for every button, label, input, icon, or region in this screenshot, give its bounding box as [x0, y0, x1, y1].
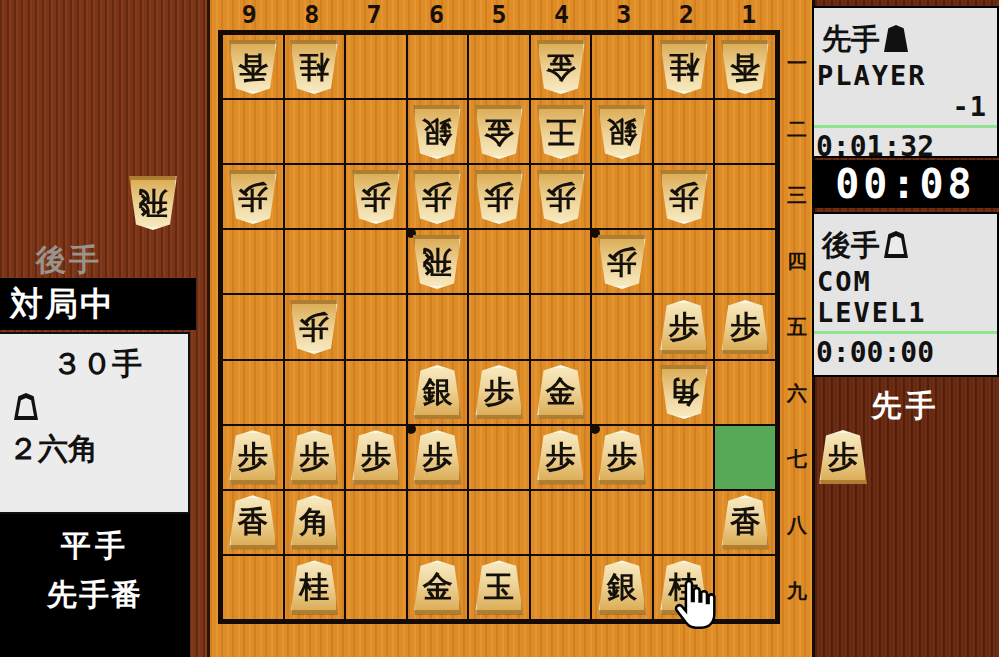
- square-3三[interactable]: [591, 164, 653, 229]
- gote-piece-6二: 銀: [412, 105, 462, 159]
- square-9九[interactable]: [222, 555, 284, 620]
- square-1六[interactable]: [714, 360, 776, 425]
- square-8九[interactable]: 桂: [284, 555, 346, 620]
- gote-piece-6四: 飛: [412, 235, 462, 289]
- square-4九[interactable]: [530, 555, 592, 620]
- square-3八[interactable]: [591, 490, 653, 555]
- square-7六[interactable]: [345, 360, 407, 425]
- square-6八[interactable]: [407, 490, 469, 555]
- square-9七[interactable]: 歩: [222, 425, 284, 490]
- gote-piece-9三: 歩: [228, 170, 278, 224]
- square-4六[interactable]: 金: [530, 360, 592, 425]
- piece-kanji: 銀: [422, 377, 452, 407]
- piece-kanji: 歩: [546, 182, 576, 212]
- gote-piece-3二: 銀: [597, 105, 647, 159]
- piece-kanji: 香: [238, 507, 268, 537]
- gote-piece-5二: 金: [474, 105, 524, 159]
- square-8八[interactable]: 角: [284, 490, 346, 555]
- sente-piece-6九: 金: [412, 560, 462, 614]
- piece-kanji: 香: [730, 507, 760, 537]
- square-8六[interactable]: [284, 360, 346, 425]
- shogi-game-screen: 987654321 一二三四五六七八九 香桂金桂香銀金王銀歩歩歩歩歩歩飛歩歩歩歩…: [0, 0, 999, 657]
- handicap-label: 平手: [0, 526, 190, 567]
- rank-labels: 一二三四五六七八九: [783, 30, 811, 624]
- square-6一[interactable]: [407, 34, 469, 99]
- sente-piece-2五: 歩: [659, 300, 709, 354]
- square-7九[interactable]: [345, 555, 407, 620]
- square-3七[interactable]: 歩: [591, 425, 653, 490]
- piece-kanji: 銀: [422, 117, 452, 147]
- file-label-9: 9: [218, 0, 280, 30]
- file-label-7: 7: [343, 0, 405, 30]
- square-2八[interactable]: [653, 490, 715, 555]
- gote-piece-6三: 歩: [412, 170, 462, 224]
- piece-kanji: 銀: [607, 117, 637, 147]
- gote-piece-3四: 歩: [597, 235, 647, 289]
- square-6三[interactable]: 歩: [407, 164, 469, 229]
- square-2一[interactable]: 桂: [653, 34, 715, 99]
- sente-hand-area-label: 先手: [812, 386, 999, 427]
- piece-kanji: 金: [484, 117, 514, 147]
- piece-kanji: 歩: [299, 442, 329, 472]
- piece-kanji: 桂: [299, 52, 329, 82]
- piece-kanji: 歩: [669, 182, 699, 212]
- rank-label-七: 七: [783, 426, 811, 492]
- square-6六[interactable]: 銀: [407, 360, 469, 425]
- gote-piece-4三: 歩: [536, 170, 586, 224]
- rank-label-八: 八: [783, 492, 811, 558]
- piece-kanji: 歩: [422, 442, 452, 472]
- game-status-bar: 対局中: [0, 278, 196, 330]
- sente-hand-piece-label: 歩: [828, 442, 858, 472]
- sente-player-name: PLAYER: [817, 60, 997, 91]
- sente-piece-4六: 金: [536, 365, 586, 419]
- piece-kanji: 歩: [361, 182, 391, 212]
- sente-piece-8八: 角: [289, 495, 339, 549]
- square-1三[interactable]: [714, 164, 776, 229]
- sente-player-panel: 先手 PLAYER -1 0:01:32: [812, 6, 999, 158]
- rank-label-六: 六: [783, 360, 811, 426]
- piece-kanji: 角: [299, 507, 329, 537]
- rank-label-一: 一: [783, 30, 811, 96]
- square-9二[interactable]: [222, 99, 284, 164]
- rank-label-九: 九: [783, 558, 811, 624]
- move-count: ３０手: [52, 344, 188, 385]
- square-5二[interactable]: 金: [468, 99, 530, 164]
- square-9八[interactable]: 香: [222, 490, 284, 555]
- square-2五[interactable]: 歩: [653, 294, 715, 359]
- gote-piece-1一: 香: [720, 40, 770, 94]
- square-3五[interactable]: [591, 294, 653, 359]
- rank-label-二: 二: [783, 96, 811, 162]
- square-9四[interactable]: [222, 229, 284, 294]
- gote-hand-piece-label: 飛: [138, 188, 168, 218]
- gote-piece-8一: 桂: [289, 40, 339, 94]
- board-grid: 香桂金桂香銀金王銀歩歩歩歩歩歩飛歩歩歩歩銀歩金角歩歩歩歩歩歩香角香桂金玉銀桂: [218, 30, 780, 624]
- square-5九[interactable]: 玉: [468, 555, 530, 620]
- file-label-3: 3: [593, 0, 655, 30]
- square-6五[interactable]: [407, 294, 469, 359]
- square-4三[interactable]: 歩: [530, 164, 592, 229]
- piece-kanji: 金: [546, 377, 576, 407]
- square-1一[interactable]: 香: [714, 34, 776, 99]
- piece-kanji: 金: [546, 52, 576, 82]
- square-9三[interactable]: 歩: [222, 164, 284, 229]
- square-1九[interactable]: [714, 555, 776, 620]
- square-2六[interactable]: 角: [653, 360, 715, 425]
- piece-kanji: 桂: [669, 52, 699, 82]
- gote-move-symbol-icon: [14, 393, 38, 420]
- gote-player-level: LEVEL1: [817, 297, 997, 328]
- square-2七[interactable]: [653, 425, 715, 490]
- gote-player-panel: 後手 COM LEVEL1 0:00:00: [812, 212, 999, 377]
- sente-piece-5六: 歩: [474, 365, 524, 419]
- gote-total-time: 0:00:00: [816, 336, 997, 369]
- sente-time-underline: [814, 125, 997, 128]
- hand-cursor-icon: [670, 578, 718, 632]
- square-7二[interactable]: [345, 99, 407, 164]
- piece-kanji: 歩: [361, 442, 391, 472]
- piece-kanji: 玉: [484, 572, 514, 602]
- square-1二[interactable]: [714, 99, 776, 164]
- piece-kanji: 香: [238, 52, 268, 82]
- square-4二[interactable]: 王: [530, 99, 592, 164]
- piece-kanji: 歩: [484, 182, 514, 212]
- piece-kanji: 歩: [299, 312, 329, 342]
- square-2四[interactable]: [653, 229, 715, 294]
- square-8三[interactable]: [284, 164, 346, 229]
- gote-time-underline: [814, 331, 997, 334]
- square-6九[interactable]: 金: [407, 555, 469, 620]
- square-8七[interactable]: 歩: [284, 425, 346, 490]
- square-3二[interactable]: 銀: [591, 99, 653, 164]
- move-timer-display: 00:08: [812, 160, 999, 208]
- square-6二[interactable]: 銀: [407, 99, 469, 164]
- gote-hand-area-label: 後手: [36, 240, 102, 281]
- piece-kanji: 歩: [238, 442, 268, 472]
- sente-piece-5九: 玉: [474, 560, 524, 614]
- gote-piece-symbol-icon: [884, 231, 908, 258]
- piece-kanji: 銀: [607, 572, 637, 602]
- square-7四[interactable]: [345, 229, 407, 294]
- square-4七[interactable]: 歩: [530, 425, 592, 490]
- square-9六[interactable]: [222, 360, 284, 425]
- sente-piece-9八: 香: [228, 495, 278, 549]
- square-6七[interactable]: 歩: [407, 425, 469, 490]
- square-1五[interactable]: 歩: [714, 294, 776, 359]
- sente-piece-8七: 歩: [289, 430, 339, 484]
- piece-kanji: 歩: [238, 182, 268, 212]
- square-5五[interactable]: [468, 294, 530, 359]
- piece-kanji: 香: [730, 52, 760, 82]
- gote-piece-7三: 歩: [351, 170, 401, 224]
- square-8五[interactable]: 歩: [284, 294, 346, 359]
- sente-piece-4七: 歩: [536, 430, 586, 484]
- sente-piece-3七: 歩: [597, 430, 647, 484]
- sente-piece-symbol-icon: [884, 25, 908, 52]
- square-3六[interactable]: [591, 360, 653, 425]
- piece-kanji: 飛: [422, 247, 452, 277]
- rank-label-三: 三: [783, 162, 811, 228]
- square-2三[interactable]: 歩: [653, 164, 715, 229]
- square-8一[interactable]: 桂: [284, 34, 346, 99]
- square-7一[interactable]: [345, 34, 407, 99]
- square-1四[interactable]: [714, 229, 776, 294]
- sente-piece-7七: 歩: [351, 430, 401, 484]
- piece-kanji: 歩: [607, 247, 637, 277]
- gote-piece-8五: 歩: [289, 300, 339, 354]
- file-label-1: 1: [718, 0, 780, 30]
- piece-kanji: 角: [669, 377, 699, 407]
- square-5七[interactable]: [468, 425, 530, 490]
- sente-title: 先手: [822, 20, 997, 60]
- sente-total-time: 0:01:32: [816, 130, 997, 163]
- piece-kanji: 歩: [422, 182, 452, 212]
- file-label-2: 2: [655, 0, 717, 30]
- square-7三[interactable]: 歩: [345, 164, 407, 229]
- square-6四[interactable]: 飛: [407, 229, 469, 294]
- file-labels: 987654321: [218, 0, 780, 30]
- gote-piece-4二: 王: [536, 105, 586, 159]
- square-3一[interactable]: [591, 34, 653, 99]
- piece-kanji: 歩: [484, 377, 514, 407]
- file-label-5: 5: [468, 0, 530, 30]
- sente-label: 先手: [822, 22, 880, 56]
- gote-piece-2三: 歩: [659, 170, 709, 224]
- square-8二[interactable]: [284, 99, 346, 164]
- sente-piece-9七: 歩: [228, 430, 278, 484]
- square-5一[interactable]: [468, 34, 530, 99]
- square-4一[interactable]: 金: [530, 34, 592, 99]
- square-9五[interactable]: [222, 294, 284, 359]
- sente-piece-3九: 銀: [597, 560, 647, 614]
- gote-piece-2六: 角: [659, 365, 709, 419]
- turn-indicator: 先手番: [0, 575, 190, 616]
- piece-kanji: 王: [546, 117, 576, 147]
- piece-kanji: 歩: [730, 312, 760, 342]
- square-7五[interactable]: [345, 294, 407, 359]
- sente-piece-8九: 桂: [289, 560, 339, 614]
- file-label-6: 6: [405, 0, 467, 30]
- file-label-8: 8: [280, 0, 342, 30]
- square-9一[interactable]: 香: [222, 34, 284, 99]
- rank-label-五: 五: [783, 294, 811, 360]
- file-label-4: 4: [530, 0, 592, 30]
- game-setup-panel: 平手 先手番: [0, 514, 190, 657]
- sente-piece-6七: 歩: [412, 430, 462, 484]
- last-move-text: ２六角: [8, 429, 188, 470]
- square-3四[interactable]: 歩: [591, 229, 653, 294]
- gote-piece-2一: 桂: [659, 40, 709, 94]
- square-5三[interactable]: 歩: [468, 164, 530, 229]
- gote-piece-4一: 金: [536, 40, 586, 94]
- square-5四[interactable]: [468, 229, 530, 294]
- square-4四[interactable]: [530, 229, 592, 294]
- sente-player-number: -1: [817, 91, 987, 122]
- gote-label: 後手: [822, 228, 880, 262]
- move-info-panel: ３０手 ２六角: [0, 332, 190, 514]
- square-5六[interactable]: 歩: [468, 360, 530, 425]
- piece-kanji: 桂: [299, 572, 329, 602]
- square-7七[interactable]: 歩: [345, 425, 407, 490]
- piece-kanji: 歩: [669, 312, 699, 342]
- square-2二[interactable]: [653, 99, 715, 164]
- sente-piece-1八: 香: [720, 495, 770, 549]
- rank-label-四: 四: [783, 228, 811, 294]
- piece-kanji: 歩: [607, 442, 637, 472]
- square-8四[interactable]: [284, 229, 346, 294]
- square-7八[interactable]: [345, 490, 407, 555]
- gote-piece-5三: 歩: [474, 170, 524, 224]
- square-4五[interactable]: [530, 294, 592, 359]
- square-4八[interactable]: [530, 490, 592, 555]
- piece-kanji: 歩: [546, 442, 576, 472]
- gote-player-name: COM: [817, 266, 997, 297]
- gote-title: 後手: [822, 226, 997, 266]
- piece-kanji: 金: [422, 572, 452, 602]
- square-1七[interactable]: [714, 425, 776, 490]
- square-1八[interactable]: 香: [714, 490, 776, 555]
- sente-piece-1五: 歩: [720, 300, 770, 354]
- square-5八[interactable]: [468, 490, 530, 555]
- sente-piece-6六: 銀: [412, 365, 462, 419]
- gote-piece-9一: 香: [228, 40, 278, 94]
- square-3九[interactable]: 銀: [591, 555, 653, 620]
